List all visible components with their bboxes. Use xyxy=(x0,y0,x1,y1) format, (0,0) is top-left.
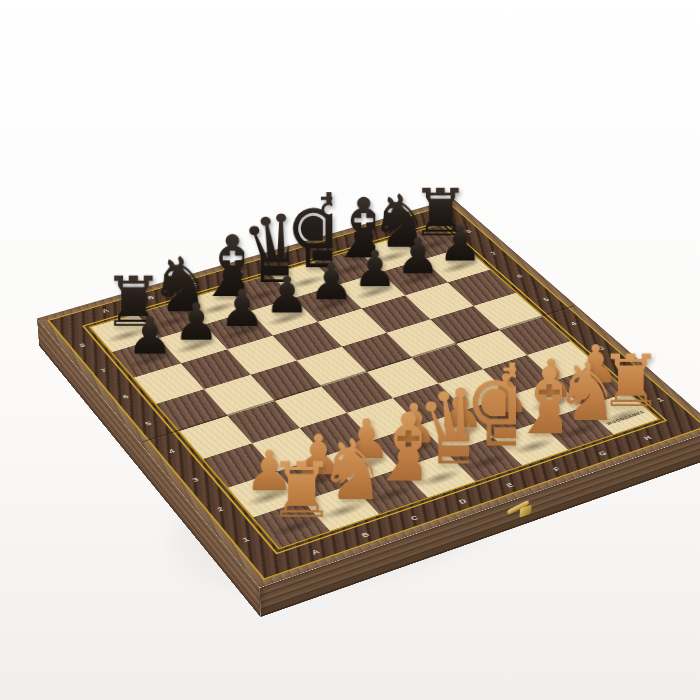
piece-black-pawn-f7[interactable]: ♟ xyxy=(350,244,400,294)
piece-white-rook-a1[interactable]: ♜ xyxy=(267,453,324,529)
piece-black-pawn-b7[interactable]: ♟ xyxy=(171,296,222,347)
piece-black-pawn-e7[interactable]: ♟ xyxy=(306,257,356,307)
piece-black-pawn-a7[interactable]: ♟ xyxy=(124,310,176,362)
piece-black-pawn-d7[interactable]: ♟ xyxy=(262,270,312,320)
chess-scene: WOODGAMES ♜♞♝♛♚♝♞♜♟♟♟♟♟♟♟♟♟♟♟♟♟♟♟♟♜♞♝♛♚♝… xyxy=(0,0,700,700)
piece-black-pawn-c7[interactable]: ♟ xyxy=(217,283,268,334)
piece-black-pawn-g7[interactable]: ♟ xyxy=(393,232,442,281)
piece-black-pawn-h7[interactable]: ♟ xyxy=(436,219,485,268)
chess-board: WOODGAMES ♜♞♝♛♚♝♞♜♟♟♟♟♟♟♟♟♟♟♟♟♟♟♟♟♜♞♝♛♚♝… xyxy=(37,198,700,587)
